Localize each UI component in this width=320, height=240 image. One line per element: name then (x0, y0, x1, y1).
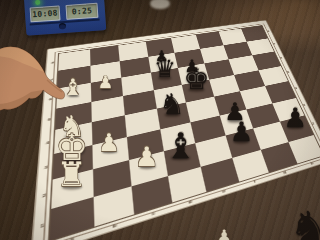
player-hand (0, 38, 74, 118)
rank-label-left: 5 (47, 118, 51, 122)
file-label-bottom: b (112, 223, 117, 229)
captured-white-pawn[interactable]: ♟ (216, 228, 231, 240)
file-label-bottom: e (222, 189, 226, 194)
piece-black-bishop-d2[interactable]: ♝ (165, 128, 196, 163)
piece-black-pawn-f2[interactable]: ♟ (229, 119, 253, 146)
video-frame: 10:08 0:25 88a77b66c55d44e33f22g11h ♝♟♞♚… (0, 0, 320, 240)
rank-label-right: 2 (311, 122, 315, 125)
file-label-bottom: d (188, 200, 192, 205)
rank-label-left: 3 (44, 166, 48, 171)
file-label-bottom: c (152, 211, 156, 216)
rank-label-right: 5 (287, 71, 290, 74)
rank-label-right: 8 (267, 30, 270, 32)
rank-label-left: 4 (45, 141, 49, 145)
piece-white-pawn-b6[interactable]: ♟ (98, 74, 113, 91)
rank-label-right: 4 (294, 87, 297, 90)
piece-black-queen-d6[interactable]: ♛ (154, 57, 176, 82)
file-label-bottom: f (253, 180, 256, 184)
piece-black-pawn-h2[interactable]: ♟ (283, 105, 307, 132)
piece-black-king-e5[interactable]: ♚ (183, 65, 209, 94)
piece-white-pawn-c2[interactable]: ♟ (135, 144, 159, 171)
rank-label-left: 1 (40, 224, 45, 230)
file-label-bottom: g (283, 170, 287, 174)
file-label-bottom: a (70, 237, 74, 240)
chess-clock: 10:08 0:25 (24, 0, 107, 36)
rank-label-right: 7 (273, 43, 276, 45)
piece-white-pawn-b3[interactable]: ♟ (98, 131, 120, 155)
clock-left-time: 10:08 (32, 9, 58, 20)
clock-button[interactable] (59, 23, 66, 29)
captured-black-knight[interactable]: ♞ (288, 205, 320, 240)
clock-right-time: 0:25 (71, 6, 92, 16)
clock-led-indicator (35, 0, 40, 5)
clock-right-display: 0:25 (65, 3, 98, 20)
rank-label-right: 6 (280, 57, 283, 59)
rank-label-left: 2 (42, 193, 47, 198)
piece-black-knight-d4[interactable]: ♞ (159, 90, 185, 119)
file-label-bottom: h (310, 162, 314, 166)
clock-left-display: 10:08 (30, 5, 61, 22)
piece-white-rook-a2[interactable]: ♜ (56, 159, 86, 192)
